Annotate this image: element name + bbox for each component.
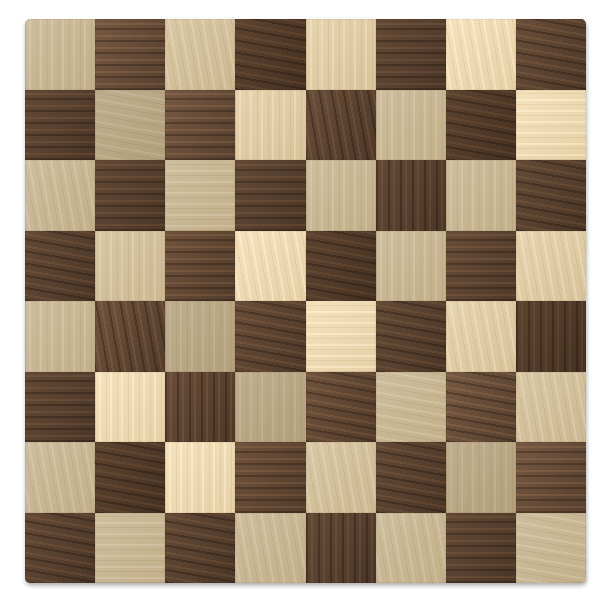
square-h1[interactable] <box>516 513 586 584</box>
square-e5[interactable] <box>306 231 376 302</box>
square-g7[interactable] <box>446 90 516 161</box>
square-c5[interactable] <box>165 231 235 302</box>
square-e8[interactable] <box>306 19 376 90</box>
square-f1[interactable] <box>376 513 446 584</box>
square-e3[interactable] <box>306 372 376 443</box>
square-a3[interactable] <box>25 372 95 443</box>
square-g3[interactable] <box>446 372 516 443</box>
square-f8[interactable] <box>376 19 446 90</box>
square-a7[interactable] <box>25 90 95 161</box>
square-d3[interactable] <box>235 372 305 443</box>
square-h4[interactable] <box>516 301 586 372</box>
square-h5[interactable] <box>516 231 586 302</box>
square-a1[interactable] <box>25 513 95 584</box>
square-a2[interactable] <box>25 442 95 513</box>
square-b6[interactable] <box>95 160 165 231</box>
square-a5[interactable] <box>25 231 95 302</box>
square-e1[interactable] <box>306 513 376 584</box>
product-photo-background <box>0 0 606 600</box>
square-b7[interactable] <box>95 90 165 161</box>
square-g5[interactable] <box>446 231 516 302</box>
square-e6[interactable] <box>306 160 376 231</box>
square-e2[interactable] <box>306 442 376 513</box>
square-a4[interactable] <box>25 301 95 372</box>
square-h8[interactable] <box>516 19 586 90</box>
square-d6[interactable] <box>235 160 305 231</box>
square-c2[interactable] <box>165 442 235 513</box>
square-b5[interactable] <box>95 231 165 302</box>
square-e7[interactable] <box>306 90 376 161</box>
chess-board <box>25 19 586 583</box>
square-e4[interactable] <box>306 301 376 372</box>
square-b4[interactable] <box>95 301 165 372</box>
square-a6[interactable] <box>25 160 95 231</box>
square-h6[interactable] <box>516 160 586 231</box>
square-b8[interactable] <box>95 19 165 90</box>
square-f7[interactable] <box>376 90 446 161</box>
square-f4[interactable] <box>376 301 446 372</box>
square-c8[interactable] <box>165 19 235 90</box>
square-c7[interactable] <box>165 90 235 161</box>
square-f5[interactable] <box>376 231 446 302</box>
square-h3[interactable] <box>516 372 586 443</box>
square-c6[interactable] <box>165 160 235 231</box>
square-a8[interactable] <box>25 19 95 90</box>
square-d1[interactable] <box>235 513 305 584</box>
square-g8[interactable] <box>446 19 516 90</box>
square-d4[interactable] <box>235 301 305 372</box>
square-h7[interactable] <box>516 90 586 161</box>
square-d2[interactable] <box>235 442 305 513</box>
square-g4[interactable] <box>446 301 516 372</box>
square-b3[interactable] <box>95 372 165 443</box>
square-b1[interactable] <box>95 513 165 584</box>
square-c1[interactable] <box>165 513 235 584</box>
square-c4[interactable] <box>165 301 235 372</box>
square-h2[interactable] <box>516 442 586 513</box>
square-d7[interactable] <box>235 90 305 161</box>
square-g2[interactable] <box>446 442 516 513</box>
square-d5[interactable] <box>235 231 305 302</box>
square-f3[interactable] <box>376 372 446 443</box>
square-d8[interactable] <box>235 19 305 90</box>
square-b2[interactable] <box>95 442 165 513</box>
square-c3[interactable] <box>165 372 235 443</box>
square-f6[interactable] <box>376 160 446 231</box>
square-f2[interactable] <box>376 442 446 513</box>
square-g1[interactable] <box>446 513 516 584</box>
square-g6[interactable] <box>446 160 516 231</box>
